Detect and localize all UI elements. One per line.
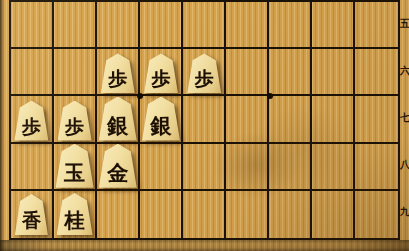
- board-cell[interactable]: [355, 144, 398, 191]
- shogi-piece-gold[interactable]: 金: [99, 144, 137, 188]
- board-cell[interactable]: [269, 96, 312, 143]
- piece-face: 歩: [187, 53, 221, 93]
- board-cell[interactable]: [312, 191, 355, 238]
- board-cell[interactable]: [226, 96, 269, 143]
- board-left-edge: [0, 0, 4, 251]
- piece-face: 銀: [142, 97, 180, 141]
- piece-face: 歩: [101, 53, 135, 93]
- board-cell[interactable]: [11, 49, 54, 96]
- shogi-piece-pawn[interactable]: 歩: [187, 53, 221, 93]
- board-cell[interactable]: [269, 49, 312, 96]
- piece-face: 桂: [57, 193, 93, 235]
- piece-kanji: 歩: [195, 66, 214, 93]
- board-cell[interactable]: [140, 191, 183, 238]
- shogi-piece-lance[interactable]: 香: [15, 194, 48, 235]
- rank-label: 七: [400, 113, 409, 123]
- board-cell[interactable]: [140, 144, 183, 191]
- piece-kanji: 玉: [64, 159, 85, 188]
- shogi-piece-silver[interactable]: 銀: [142, 97, 180, 141]
- board-cell[interactable]: [97, 191, 140, 238]
- board-cell[interactable]: [269, 191, 312, 238]
- shogi-piece-pawn[interactable]: 歩: [58, 101, 92, 141]
- rank-label: 六: [400, 66, 409, 76]
- piece-face: 香: [15, 194, 48, 235]
- piece-face: 歩: [58, 101, 92, 141]
- board-cell[interactable]: [312, 2, 355, 49]
- board-cell[interactable]: [269, 144, 312, 191]
- board-cell[interactable]: [140, 2, 183, 49]
- piece-kanji: 銀: [107, 112, 128, 141]
- piece-kanji: 歩: [152, 66, 171, 93]
- board-cell[interactable]: [54, 2, 97, 49]
- board-cell[interactable]: [312, 144, 355, 191]
- rank-label: 八: [400, 160, 409, 170]
- shogi-piece-pawn[interactable]: 歩: [144, 53, 178, 93]
- board-cell[interactable]: [226, 144, 269, 191]
- board-cell[interactable]: [183, 96, 226, 143]
- board-cell[interactable]: [226, 49, 269, 96]
- board-cell[interactable]: [183, 144, 226, 191]
- board-cell[interactable]: [54, 49, 97, 96]
- board-cell[interactable]: [226, 191, 269, 238]
- piece-face: 金: [99, 144, 137, 188]
- board-cell[interactable]: [11, 144, 54, 191]
- piece-face: 玉: [56, 144, 94, 188]
- piece-face: 歩: [14, 101, 48, 141]
- board-cell[interactable]: [226, 2, 269, 49]
- shogi-piece-knight[interactable]: 桂: [57, 193, 93, 235]
- shogi-piece-pawn[interactable]: 歩: [14, 101, 48, 141]
- piece-kanji: 香: [22, 208, 41, 235]
- board-cell[interactable]: [355, 2, 398, 49]
- board-cell[interactable]: [183, 2, 226, 49]
- piece-kanji: 歩: [65, 114, 84, 141]
- board-cell[interactable]: [355, 96, 398, 143]
- piece-kanji: 歩: [108, 66, 127, 93]
- board-cell[interactable]: [183, 191, 226, 238]
- piece-kanji: 歩: [22, 114, 41, 141]
- rank-label: 五: [400, 19, 409, 29]
- board-cell[interactable]: [355, 49, 398, 96]
- board-cell[interactable]: [312, 49, 355, 96]
- board-cell[interactable]: [312, 96, 355, 143]
- board-bottom-edge: [0, 240, 409, 251]
- shogi-board-screenshot: 歩歩歩歩歩銀銀玉金香桂 五六七八九: [0, 0, 409, 251]
- board-cell[interactable]: [355, 191, 398, 238]
- shogi-piece-silver[interactable]: 銀: [99, 97, 137, 141]
- piece-kanji: 銀: [151, 112, 172, 141]
- board-cell[interactable]: [97, 2, 140, 49]
- piece-face: 銀: [99, 97, 137, 141]
- rank-label: 九: [400, 207, 409, 217]
- piece-kanji: 桂: [65, 207, 85, 235]
- board-cell[interactable]: [269, 2, 312, 49]
- star-point: [267, 93, 273, 99]
- piece-face: 歩: [144, 53, 178, 93]
- shogi-piece-pawn[interactable]: 歩: [101, 53, 135, 93]
- piece-kanji: 金: [107, 159, 128, 188]
- board-cell[interactable]: [11, 2, 54, 49]
- shogi-piece-king[interactable]: 玉: [56, 144, 94, 188]
